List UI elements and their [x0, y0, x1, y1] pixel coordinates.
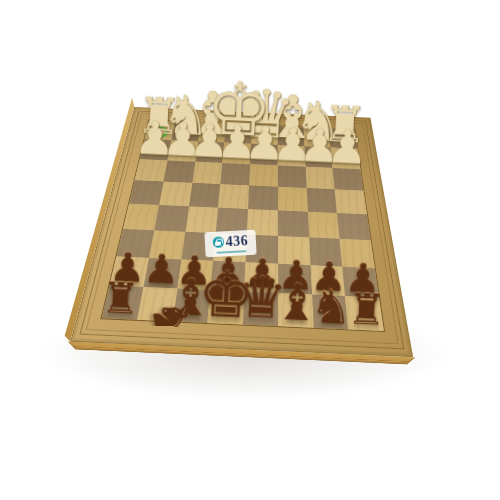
black-king: ♚ — [197, 265, 255, 324]
square — [220, 163, 250, 186]
square — [189, 183, 221, 208]
square — [278, 165, 307, 188]
square — [337, 213, 370, 240]
square — [333, 168, 364, 191]
watermark-fine-print — [216, 250, 246, 254]
square — [307, 212, 339, 239]
square — [218, 184, 249, 209]
square — [306, 188, 337, 213]
square: ♜ — [102, 286, 143, 320]
square — [129, 180, 163, 205]
black-rook: ♜ — [347, 290, 387, 330]
square — [135, 159, 168, 182]
square — [278, 187, 308, 212]
square: ♝ — [278, 293, 313, 327]
black-rook: ♜ — [101, 279, 141, 319]
square — [192, 161, 223, 184]
chess-set-photo: ♜♞♝♚♛♝♞♜♟♟♟♟♟♟♟♟♟♟♟♟♟♟♟♟♜♞♝♚♛♝♞♜ 436 — [0, 0, 500, 500]
watermark-row: 436 — [212, 233, 248, 251]
square — [335, 189, 367, 214]
square — [278, 210, 309, 237]
square — [163, 160, 195, 183]
white-pawn: ♟ — [326, 126, 369, 169]
square — [249, 164, 278, 187]
square: ♟ — [331, 147, 361, 169]
black-bishop: ♝ — [273, 279, 320, 326]
square — [248, 186, 278, 211]
square — [305, 166, 335, 189]
square: ♚ — [208, 290, 245, 324]
square — [159, 182, 192, 207]
black-knight: ♞ — [146, 295, 195, 344]
auction-lot-watermark: 436 — [204, 230, 256, 258]
board-grid: ♜♞♝♚♛♝♞♜♟♟♟♟♟♟♟♟♟♟♟♟♟♟♟♟♜♞♝♚♛♝♞♜ — [100, 120, 385, 333]
square — [154, 205, 189, 232]
padlock-icon — [212, 237, 224, 249]
square — [123, 204, 159, 231]
square — [185, 206, 218, 233]
lot-number: 436 — [225, 233, 248, 250]
